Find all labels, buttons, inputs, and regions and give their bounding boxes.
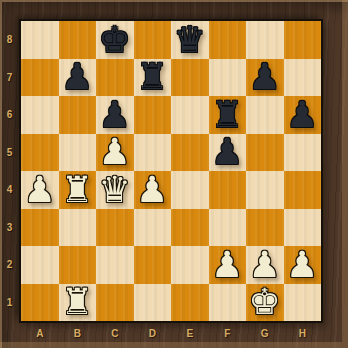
square-e4[interactable] [171,171,209,209]
piece-white-queen[interactable]: ♛ [99,172,131,208]
rank-label-2: 2 [0,246,19,284]
square-e8[interactable]: ♛ [171,21,209,59]
square-d3[interactable] [134,209,172,247]
file-label-d: D [134,324,172,342]
piece-white-pawn[interactable]: ♟ [249,247,281,283]
square-a4[interactable]: ♟ [21,171,59,209]
file-label-e: E [171,324,209,342]
square-f8[interactable] [209,21,247,59]
piece-white-pawn[interactable]: ♟ [211,247,243,283]
rank-label-3: 3 [0,209,19,247]
square-c1[interactable] [96,284,134,322]
file-label-b: B [59,324,97,342]
piece-black-pawn[interactable]: ♟ [286,97,318,133]
square-f3[interactable] [209,209,247,247]
square-c6[interactable]: ♟ [96,96,134,134]
file-label-c: C [96,324,134,342]
square-b2[interactable] [59,246,97,284]
square-b3[interactable] [59,209,97,247]
square-c5[interactable]: ♟ [96,134,134,172]
square-h2[interactable]: ♟ [284,246,322,284]
rank-label-8: 8 [0,21,19,59]
square-a8[interactable] [21,21,59,59]
square-g1[interactable]: ♚ [246,284,284,322]
square-g6[interactable] [246,96,284,134]
square-e1[interactable] [171,284,209,322]
square-b1[interactable]: ♜ [59,284,97,322]
square-g3[interactable] [246,209,284,247]
square-b7[interactable]: ♟ [59,59,97,97]
square-e5[interactable] [171,134,209,172]
piece-white-pawn[interactable]: ♟ [286,247,318,283]
square-d1[interactable] [134,284,172,322]
square-c7[interactable] [96,59,134,97]
square-h7[interactable] [284,59,322,97]
square-g7[interactable]: ♟ [246,59,284,97]
piece-black-pawn[interactable]: ♟ [249,59,281,95]
piece-black-king[interactable]: ♚ [99,22,131,58]
piece-white-rook[interactable]: ♜ [61,172,93,208]
square-h4[interactable] [284,171,322,209]
board-frame: ♚♛♟♜♟♟♜♟♟♟♟♜♛♟♟♟♟♜♚ 87654321ABCDEFGH [0,0,348,348]
square-a7[interactable] [21,59,59,97]
square-e6[interactable] [171,96,209,134]
square-h5[interactable] [284,134,322,172]
square-h1[interactable] [284,284,322,322]
piece-black-queen[interactable]: ♛ [174,22,206,58]
square-f1[interactable] [209,284,247,322]
piece-black-pawn[interactable]: ♟ [61,59,93,95]
square-e7[interactable] [171,59,209,97]
square-f2[interactable]: ♟ [209,246,247,284]
square-a1[interactable] [21,284,59,322]
square-b4[interactable]: ♜ [59,171,97,209]
piece-white-pawn[interactable]: ♟ [99,134,131,170]
square-d4[interactable]: ♟ [134,171,172,209]
square-f4[interactable] [209,171,247,209]
rank-label-6: 6 [0,96,19,134]
square-d5[interactable] [134,134,172,172]
rank-label-7: 7 [0,59,19,97]
piece-black-rook[interactable]: ♜ [211,97,243,133]
piece-black-rook[interactable]: ♜ [136,59,168,95]
square-d6[interactable] [134,96,172,134]
square-b6[interactable] [59,96,97,134]
square-h8[interactable] [284,21,322,59]
square-e3[interactable] [171,209,209,247]
file-label-h: H [284,324,322,342]
rank-label-5: 5 [0,134,19,172]
piece-white-rook[interactable]: ♜ [61,284,93,320]
file-label-a: A [21,324,59,342]
square-d8[interactable] [134,21,172,59]
piece-white-king[interactable]: ♚ [249,284,281,320]
square-c8[interactable]: ♚ [96,21,134,59]
file-label-g: G [246,324,284,342]
rank-label-4: 4 [0,171,19,209]
square-h6[interactable]: ♟ [284,96,322,134]
square-d7[interactable]: ♜ [134,59,172,97]
piece-white-pawn[interactable]: ♟ [24,172,56,208]
square-c3[interactable] [96,209,134,247]
piece-black-pawn[interactable]: ♟ [99,97,131,133]
square-g2[interactable]: ♟ [246,246,284,284]
square-c2[interactable] [96,246,134,284]
chess-board: ♚♛♟♜♟♟♜♟♟♟♟♜♛♟♟♟♟♜♚ [19,19,323,323]
square-d2[interactable] [134,246,172,284]
file-label-f: F [209,324,247,342]
square-e2[interactable] [171,246,209,284]
square-a5[interactable] [21,134,59,172]
square-c4[interactable]: ♛ [96,171,134,209]
square-f5[interactable]: ♟ [209,134,247,172]
piece-black-pawn[interactable]: ♟ [211,134,243,170]
square-f6[interactable]: ♜ [209,96,247,134]
piece-white-pawn[interactable]: ♟ [136,172,168,208]
square-b5[interactable] [59,134,97,172]
square-g8[interactable] [246,21,284,59]
square-f7[interactable] [209,59,247,97]
square-a3[interactable] [21,209,59,247]
rank-label-1: 1 [0,284,19,322]
square-a6[interactable] [21,96,59,134]
square-g4[interactable] [246,171,284,209]
square-g5[interactable] [246,134,284,172]
square-h3[interactable] [284,209,322,247]
square-a2[interactable] [21,246,59,284]
square-b8[interactable] [59,21,97,59]
